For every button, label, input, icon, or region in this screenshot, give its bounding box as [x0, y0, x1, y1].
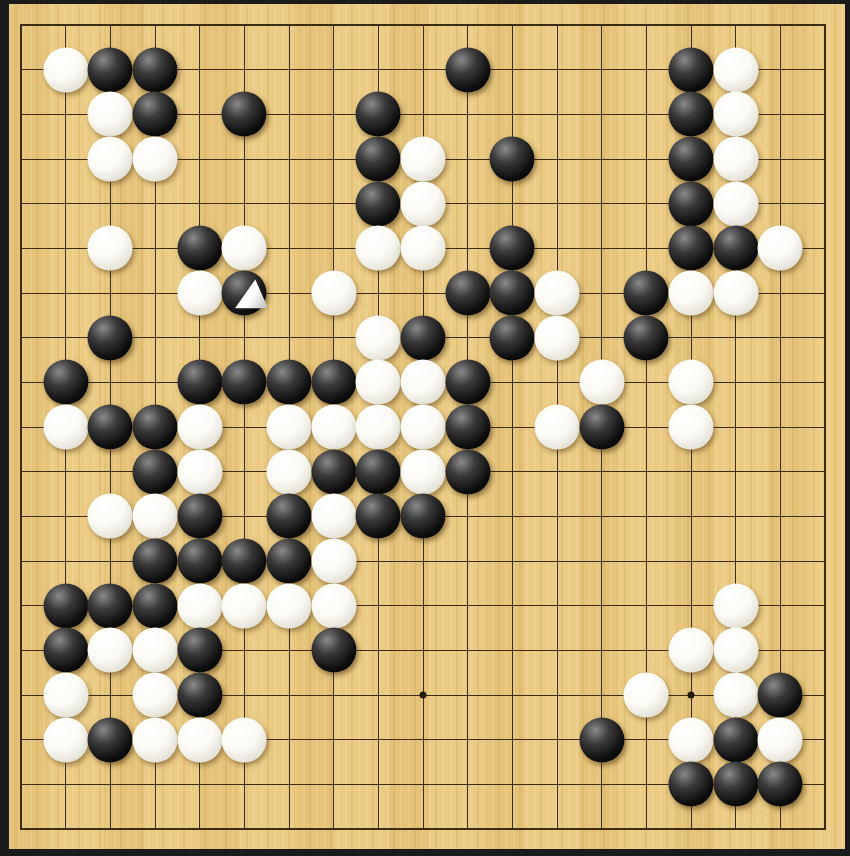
stone-white — [311, 583, 356, 628]
stone-black — [43, 360, 88, 405]
stone-white — [222, 226, 267, 271]
stone-white — [401, 405, 446, 450]
grid-line-vertical — [824, 24, 826, 830]
stone-black — [490, 271, 535, 316]
stone-black — [445, 405, 490, 450]
stone-white — [669, 360, 714, 405]
grid-line-horizontal — [20, 828, 826, 830]
stone-black — [669, 137, 714, 182]
stone-black — [356, 494, 401, 539]
stone-black — [401, 494, 446, 539]
stone-white — [713, 628, 758, 673]
stone-black — [311, 449, 356, 494]
stone-white — [177, 449, 222, 494]
stone-black — [133, 92, 178, 137]
stone-black — [133, 47, 178, 92]
stone-black — [177, 673, 222, 718]
stone-black — [267, 360, 312, 405]
stone-black — [177, 226, 222, 271]
stone-white — [669, 717, 714, 762]
stone-white — [401, 360, 446, 405]
stone-white — [177, 405, 222, 450]
stone-white — [758, 717, 803, 762]
stone-black — [356, 181, 401, 226]
stone-white — [177, 271, 222, 316]
stone-white — [758, 226, 803, 271]
stone-white — [267, 405, 312, 450]
stone-white — [133, 673, 178, 718]
stone-white — [356, 360, 401, 405]
stone-black — [579, 405, 624, 450]
stone-white — [713, 47, 758, 92]
stone-white — [43, 47, 88, 92]
stone-black — [222, 92, 267, 137]
stone-black — [669, 226, 714, 271]
stone-black — [177, 628, 222, 673]
stone-black — [356, 449, 401, 494]
stone-white — [356, 226, 401, 271]
stone-black — [311, 628, 356, 673]
stone-white — [713, 181, 758, 226]
stone-black — [177, 539, 222, 584]
stone-white — [88, 226, 133, 271]
last-move-marker-triangle — [235, 279, 268, 309]
stone-black — [669, 47, 714, 92]
stone-white — [356, 405, 401, 450]
stone-white — [535, 271, 580, 316]
stone-black — [133, 539, 178, 584]
stone-white — [713, 137, 758, 182]
stone-white — [669, 628, 714, 673]
stone-black — [713, 226, 758, 271]
stone-white — [669, 405, 714, 450]
stone-white — [624, 673, 669, 718]
stone-black — [88, 315, 133, 360]
stone-black — [669, 92, 714, 137]
star-point — [420, 692, 427, 699]
stone-white — [88, 92, 133, 137]
stone-white — [311, 271, 356, 316]
stone-white — [401, 137, 446, 182]
stone-white — [713, 271, 758, 316]
stone-white — [311, 494, 356, 539]
stone-black — [713, 717, 758, 762]
stone-white — [311, 539, 356, 584]
stone-white — [43, 673, 88, 718]
stone-black — [43, 628, 88, 673]
stone-black — [624, 315, 669, 360]
stone-black — [445, 271, 490, 316]
stone-black — [356, 137, 401, 182]
stone-white — [88, 494, 133, 539]
stone-white — [88, 628, 133, 673]
stone-white — [133, 137, 178, 182]
stone-white — [88, 137, 133, 182]
stone-white — [177, 717, 222, 762]
stone-white — [713, 673, 758, 718]
stone-white — [222, 583, 267, 628]
stone-white — [401, 449, 446, 494]
stone-black — [713, 762, 758, 807]
stone-black — [267, 494, 312, 539]
stone-black — [445, 47, 490, 92]
stone-black — [88, 717, 133, 762]
stone-black — [445, 360, 490, 405]
stone-black — [222, 271, 267, 316]
stone-black — [624, 271, 669, 316]
stone-white — [401, 226, 446, 271]
stone-black — [445, 449, 490, 494]
stone-white — [579, 360, 624, 405]
stone-white — [43, 717, 88, 762]
stone-black — [88, 47, 133, 92]
stone-white — [133, 628, 178, 673]
stone-white — [535, 315, 580, 360]
stone-black — [133, 449, 178, 494]
stone-white — [267, 583, 312, 628]
stone-white — [133, 717, 178, 762]
stone-black — [490, 137, 535, 182]
stone-black — [88, 583, 133, 628]
stone-black — [669, 762, 714, 807]
stone-white — [669, 271, 714, 316]
stone-black — [758, 762, 803, 807]
stone-black — [311, 360, 356, 405]
stone-black — [43, 583, 88, 628]
stone-black — [177, 360, 222, 405]
stone-black — [490, 226, 535, 271]
stone-white — [267, 449, 312, 494]
stone-white — [133, 494, 178, 539]
page-background: { "game": "go", "board": { "size": 19, "… — [0, 0, 850, 856]
stone-white — [401, 181, 446, 226]
stone-white — [311, 405, 356, 450]
star-point — [688, 692, 695, 699]
stone-white — [222, 717, 267, 762]
stone-black — [490, 315, 535, 360]
stone-white — [43, 405, 88, 450]
stone-black — [222, 360, 267, 405]
stone-black — [177, 494, 222, 539]
stone-black — [267, 539, 312, 584]
stone-white — [713, 583, 758, 628]
stone-white — [535, 405, 580, 450]
stone-black — [758, 673, 803, 718]
stone-black — [356, 92, 401, 137]
stone-black — [133, 583, 178, 628]
stone-white — [356, 315, 401, 360]
stone-black — [222, 539, 267, 584]
stone-white — [713, 92, 758, 137]
stone-black — [133, 405, 178, 450]
stone-black — [88, 405, 133, 450]
stone-black — [401, 315, 446, 360]
go-board[interactable] — [9, 4, 845, 849]
stone-black — [579, 717, 624, 762]
stone-white — [177, 583, 222, 628]
stone-black — [669, 181, 714, 226]
